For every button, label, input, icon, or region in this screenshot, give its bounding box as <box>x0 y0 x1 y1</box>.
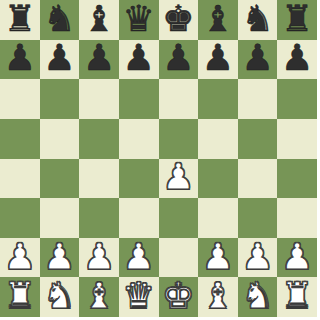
square-h2[interactable]: ♟ <box>277 238 317 278</box>
square-c3[interactable] <box>79 198 119 238</box>
square-g6[interactable] <box>238 79 278 119</box>
white-pawn-b2[interactable]: ♟ <box>43 239 75 275</box>
square-h4[interactable] <box>277 159 317 199</box>
square-a8[interactable]: ♜ <box>0 0 40 40</box>
black-knight-g8[interactable]: ♞ <box>241 1 273 37</box>
black-pawn-d7[interactable]: ♟ <box>123 40 155 76</box>
square-f7[interactable]: ♟ <box>198 40 238 80</box>
black-pawn-c7[interactable]: ♟ <box>83 40 115 76</box>
white-king-e1[interactable]: ♚ <box>162 278 194 314</box>
white-knight-b1[interactable]: ♞ <box>43 278 75 314</box>
black-rook-h8[interactable]: ♜ <box>281 1 313 37</box>
white-pawn-d2[interactable]: ♟ <box>123 239 155 275</box>
square-c6[interactable] <box>79 79 119 119</box>
square-f1[interactable]: ♝ <box>198 277 238 317</box>
square-a2[interactable]: ♟ <box>0 238 40 278</box>
square-b6[interactable] <box>40 79 80 119</box>
square-g5[interactable] <box>238 119 278 159</box>
white-queen-d1[interactable]: ♛ <box>123 278 155 314</box>
black-knight-b8[interactable]: ♞ <box>43 1 75 37</box>
black-pawn-b7[interactable]: ♟ <box>43 40 75 76</box>
black-king-e8[interactable]: ♚ <box>162 1 194 37</box>
square-h8[interactable]: ♜ <box>277 0 317 40</box>
square-c1[interactable]: ♝ <box>79 277 119 317</box>
square-a1[interactable]: ♜ <box>0 277 40 317</box>
white-pawn-e4[interactable]: ♟ <box>162 159 194 195</box>
square-b3[interactable] <box>40 198 80 238</box>
square-c4[interactable] <box>79 159 119 199</box>
black-pawn-f7[interactable]: ♟ <box>202 40 234 76</box>
square-d6[interactable] <box>119 79 159 119</box>
square-g7[interactable]: ♟ <box>238 40 278 80</box>
square-h3[interactable] <box>277 198 317 238</box>
square-d1[interactable]: ♛ <box>119 277 159 317</box>
black-bishop-f8[interactable]: ♝ <box>202 1 234 37</box>
chess-board: ♜♞♝♛♚♝♞♜♟♟♟♟♟♟♟♟♟♟♟♟♟♟♟♟♜♞♝♛♚♝♞♜ <box>0 0 317 317</box>
white-bishop-f1[interactable]: ♝ <box>202 278 234 314</box>
square-d7[interactable]: ♟ <box>119 40 159 80</box>
square-a3[interactable] <box>0 198 40 238</box>
white-knight-g1[interactable]: ♞ <box>241 278 273 314</box>
square-b5[interactable] <box>40 119 80 159</box>
square-h5[interactable] <box>277 119 317 159</box>
square-e7[interactable]: ♟ <box>159 40 199 80</box>
black-rook-a8[interactable]: ♜ <box>4 1 36 37</box>
square-c2[interactable]: ♟ <box>79 238 119 278</box>
square-d8[interactable]: ♛ <box>119 0 159 40</box>
square-e5[interactable] <box>159 119 199 159</box>
black-bishop-c8[interactable]: ♝ <box>83 1 115 37</box>
square-e8[interactable]: ♚ <box>159 0 199 40</box>
square-b2[interactable]: ♟ <box>40 238 80 278</box>
square-g1[interactable]: ♞ <box>238 277 278 317</box>
square-g8[interactable]: ♞ <box>238 0 278 40</box>
square-b1[interactable]: ♞ <box>40 277 80 317</box>
square-e2[interactable] <box>159 238 199 278</box>
square-g4[interactable] <box>238 159 278 199</box>
square-a4[interactable] <box>0 159 40 199</box>
square-a6[interactable] <box>0 79 40 119</box>
square-b8[interactable]: ♞ <box>40 0 80 40</box>
square-f5[interactable] <box>198 119 238 159</box>
white-pawn-f2[interactable]: ♟ <box>202 239 234 275</box>
square-f2[interactable]: ♟ <box>198 238 238 278</box>
square-c7[interactable]: ♟ <box>79 40 119 80</box>
square-c5[interactable] <box>79 119 119 159</box>
square-b7[interactable]: ♟ <box>40 40 80 80</box>
white-bishop-c1[interactable]: ♝ <box>83 278 115 314</box>
square-c8[interactable]: ♝ <box>79 0 119 40</box>
square-g2[interactable]: ♟ <box>238 238 278 278</box>
black-pawn-a7[interactable]: ♟ <box>4 40 36 76</box>
square-e6[interactable] <box>159 79 199 119</box>
square-d3[interactable] <box>119 198 159 238</box>
square-f6[interactable] <box>198 79 238 119</box>
white-rook-a1[interactable]: ♜ <box>4 278 36 314</box>
square-f3[interactable] <box>198 198 238 238</box>
black-pawn-e7[interactable]: ♟ <box>162 40 194 76</box>
black-pawn-g7[interactable]: ♟ <box>241 40 273 76</box>
square-a7[interactable]: ♟ <box>0 40 40 80</box>
white-rook-h1[interactable]: ♜ <box>281 278 313 314</box>
white-pawn-h2[interactable]: ♟ <box>281 239 313 275</box>
white-pawn-c2[interactable]: ♟ <box>83 239 115 275</box>
square-d4[interactable] <box>119 159 159 199</box>
black-queen-d8[interactable]: ♛ <box>123 1 155 37</box>
square-d5[interactable] <box>119 119 159 159</box>
square-f4[interactable] <box>198 159 238 199</box>
square-b4[interactable] <box>40 159 80 199</box>
white-pawn-a2[interactable]: ♟ <box>4 239 36 275</box>
square-e3[interactable] <box>159 198 199 238</box>
square-d2[interactable]: ♟ <box>119 238 159 278</box>
square-a5[interactable] <box>0 119 40 159</box>
black-pawn-h7[interactable]: ♟ <box>281 40 313 76</box>
square-e1[interactable]: ♚ <box>159 277 199 317</box>
square-h7[interactable]: ♟ <box>277 40 317 80</box>
square-h6[interactable] <box>277 79 317 119</box>
square-h1[interactable]: ♜ <box>277 277 317 317</box>
square-f8[interactable]: ♝ <box>198 0 238 40</box>
white-pawn-g2[interactable]: ♟ <box>241 239 273 275</box>
square-g3[interactable] <box>238 198 278 238</box>
square-e4[interactable]: ♟ <box>159 159 199 199</box>
